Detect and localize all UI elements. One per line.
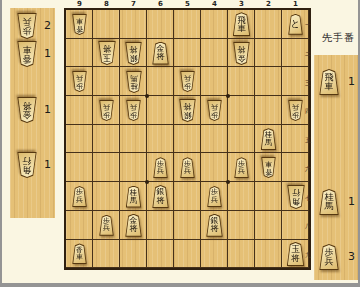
shogi-piece-角行[interactable]: 角行 — [287, 185, 305, 209]
file-label-8: 8 — [102, 0, 112, 8]
shogi-piece-歩兵[interactable]: 歩兵 — [153, 157, 168, 178]
file-label-6: 6 — [156, 0, 166, 8]
shogi-piece-と[interactable]: と — [288, 14, 303, 35]
rank-label-1: 一 — [305, 21, 311, 28]
shogi-piece-歩兵[interactable]: 歩兵 — [207, 186, 222, 207]
shogi-piece-歩兵[interactable]: 歩兵 — [99, 215, 114, 236]
shogi-piece-飛車[interactable]: 飛車 — [233, 12, 251, 36]
shogi-piece-香車[interactable]: 香車 — [72, 14, 87, 35]
shogi-piece-桂馬[interactable]: 桂馬 — [126, 186, 142, 208]
rank-label-7: 七 — [305, 194, 311, 201]
file-label-3: 3 — [237, 0, 247, 8]
shogi-piece-歩兵[interactable]: 歩兵 — [207, 100, 222, 121]
shogi-piece-歩兵[interactable]: 歩兵 — [72, 186, 87, 207]
shogi-piece-香車[interactable]: 香車 — [261, 157, 276, 178]
shogi-piece-金将[interactable]: 金将 — [152, 42, 169, 65]
file-label-9: 9 — [75, 0, 85, 8]
shogi-piece-銀将[interactable]: 銀将 — [125, 42, 142, 65]
shogi-piece-銀将[interactable]: 銀将 — [206, 214, 223, 237]
rank-label-2: 二 — [305, 50, 311, 57]
captured-count: 1 — [44, 47, 51, 60]
shogi-piece-桂馬[interactable]: 桂馬 — [126, 71, 142, 93]
shogi-piece-香車[interactable]: 香車 — [17, 41, 37, 67]
captured-count: 1 — [348, 195, 355, 208]
rank-label-9: 九 — [305, 251, 311, 258]
rank-label-8: 八 — [305, 222, 311, 229]
captured-count: 2 — [44, 19, 51, 32]
rank-label-6: 六 — [305, 165, 311, 172]
shogi-piece-桂馬[interactable]: 桂馬 — [319, 189, 339, 215]
gote-captured-tray: 歩兵2香車1金将1角行1 — [10, 8, 55, 218]
turn-indicator: 先手番 — [322, 31, 360, 45]
captured-count: 1 — [44, 103, 51, 116]
rank-label-5: 五 — [305, 136, 311, 143]
captured-count: 1 — [44, 158, 51, 171]
shogi-piece-香車[interactable]: 香車 — [72, 243, 87, 264]
file-label-1: 1 — [291, 0, 301, 8]
shogi-piece-歩兵[interactable]: 歩兵 — [17, 13, 37, 39]
shogi-piece-歩兵[interactable]: 歩兵 — [72, 71, 87, 92]
shogi-piece-歩兵[interactable]: 歩兵 — [180, 71, 195, 92]
rank-label-4: 四 — [305, 107, 311, 114]
file-label-5: 5 — [183, 0, 193, 8]
shogi-app: 歩兵2香車1金将1角行1 987654321 一二三四五六七八九 先手番 飛車1… — [0, 0, 360, 287]
captured-count: 3 — [348, 250, 355, 263]
shogi-piece-飛車[interactable]: 飛車 — [319, 69, 339, 95]
shogi-piece-銀将[interactable]: 銀将 — [179, 99, 196, 122]
shogi-piece-桂馬[interactable]: 桂馬 — [261, 128, 277, 150]
shogi-piece-角行[interactable]: 角行 — [17, 152, 37, 178]
shogi-piece-歩兵[interactable]: 歩兵 — [234, 157, 249, 178]
file-label-7: 7 — [129, 0, 139, 8]
shogi-piece-金将[interactable]: 金将 — [233, 42, 250, 65]
shogi-piece-玉将[interactable]: 玉将 — [287, 242, 305, 266]
shogi-piece-歩兵[interactable]: 歩兵 — [180, 157, 195, 178]
rank-label-3: 三 — [305, 79, 311, 86]
shogi-piece-歩兵[interactable]: 歩兵 — [126, 100, 141, 121]
shogi-piece-歩兵[interactable]: 歩兵 — [99, 100, 114, 121]
shogi-piece-玉将[interactable]: 玉将 — [98, 41, 116, 65]
shogi-piece-金将[interactable]: 金将 — [17, 97, 37, 123]
shogi-piece-歩兵[interactable]: 歩兵 — [319, 244, 339, 270]
file-label-4: 4 — [210, 0, 220, 8]
file-label-2: 2 — [264, 0, 274, 8]
shogi-piece-歩兵[interactable]: 歩兵 — [288, 100, 303, 121]
shogi-piece-金将[interactable]: 金将 — [125, 214, 142, 237]
captured-count: 1 — [348, 75, 355, 88]
sente-captured-tray: 飛車1桂馬1歩兵3 — [314, 55, 360, 280]
shogi-piece-銀将[interactable]: 銀将 — [152, 185, 169, 208]
